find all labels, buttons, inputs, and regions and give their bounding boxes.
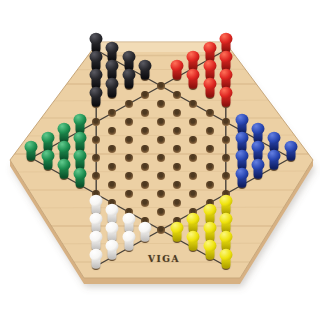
pegs-layer [0,0,320,315]
peg-green[interactable] [74,168,87,188]
peg-blue[interactable] [252,141,265,161]
peg-red[interactable] [219,69,232,89]
peg-blue[interactable] [252,159,265,179]
peg-white[interactable] [90,231,103,251]
peg-blue[interactable] [268,132,281,152]
peg-white[interactable] [122,231,135,251]
peg-white[interactable] [106,204,119,224]
peg-blue[interactable] [236,150,249,170]
peg-white[interactable] [138,222,151,242]
peg-white[interactable] [106,222,119,242]
peg-green[interactable] [57,159,70,179]
peg-white[interactable] [122,213,135,233]
peg-black[interactable] [106,78,119,98]
peg-yellow[interactable] [219,231,232,251]
peg-black[interactable] [106,60,119,80]
peg-white[interactable] [106,240,119,260]
peg-yellow[interactable] [219,195,232,215]
peg-yellow[interactable] [219,213,232,233]
peg-black[interactable] [90,87,103,107]
chinese-checkers-product-photo: VIGA [0,0,320,315]
peg-blue[interactable] [236,114,249,134]
peg-blue[interactable] [284,141,297,161]
peg-yellow[interactable] [187,231,200,251]
peg-yellow[interactable] [203,204,216,224]
peg-blue[interactable] [236,132,249,152]
peg-black[interactable] [90,69,103,89]
peg-green[interactable] [57,141,70,161]
peg-red[interactable] [187,51,200,71]
peg-green[interactable] [74,114,87,134]
peg-green[interactable] [74,150,87,170]
peg-black[interactable] [90,33,103,53]
peg-blue[interactable] [252,123,265,143]
peg-green[interactable] [25,141,38,161]
peg-yellow[interactable] [203,222,216,242]
peg-yellow[interactable] [219,249,232,269]
peg-white[interactable] [90,195,103,215]
peg-green[interactable] [41,150,54,170]
brand-logo-text: VIGA [131,254,197,264]
peg-red[interactable] [203,60,216,80]
peg-red[interactable] [219,33,232,53]
peg-green[interactable] [57,123,70,143]
peg-red[interactable] [219,87,232,107]
peg-red[interactable] [219,51,232,71]
peg-yellow[interactable] [171,222,184,242]
peg-black[interactable] [122,51,135,71]
peg-green[interactable] [74,132,87,152]
peg-black[interactable] [138,60,151,80]
peg-white[interactable] [90,213,103,233]
peg-blue[interactable] [236,168,249,188]
peg-black[interactable] [122,69,135,89]
peg-blue[interactable] [268,150,281,170]
peg-black[interactable] [106,42,119,62]
peg-black[interactable] [90,51,103,71]
peg-red[interactable] [187,69,200,89]
peg-red[interactable] [203,78,216,98]
peg-green[interactable] [41,132,54,152]
peg-white[interactable] [90,249,103,269]
peg-yellow[interactable] [187,213,200,233]
peg-red[interactable] [171,60,184,80]
peg-yellow[interactable] [203,240,216,260]
peg-red[interactable] [203,42,216,62]
